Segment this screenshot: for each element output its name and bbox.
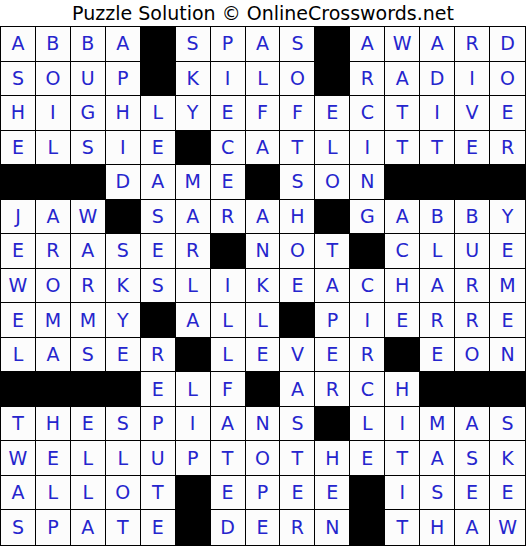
letter-cell: S — [455, 441, 490, 476]
letter-cell: O — [106, 476, 141, 511]
letter-cell: A — [71, 510, 106, 545]
letter-cell: T — [315, 234, 350, 269]
letter-cell: D — [211, 510, 246, 545]
letter-cell: T — [211, 441, 246, 476]
letter-cell: B — [420, 200, 455, 235]
letter-cell: D — [106, 165, 141, 200]
letter-cell: O — [36, 269, 71, 304]
letter-cell: B — [71, 27, 106, 62]
letter-cell: A — [176, 200, 211, 235]
letter-cell: R — [455, 269, 490, 304]
letter-cell: A — [36, 338, 71, 373]
letter-cell: A — [280, 372, 315, 407]
letter-cell: I — [211, 269, 246, 304]
letter-cell: L — [1, 338, 36, 373]
letter-cell: I — [455, 62, 490, 97]
letter-cell: R — [350, 62, 385, 97]
letter-cell: A — [455, 510, 490, 545]
letter-cell: A — [211, 407, 246, 442]
letter-cell: L — [176, 372, 211, 407]
letter-cell: S — [141, 200, 176, 235]
letter-cell: U — [141, 441, 176, 476]
letter-cell: M — [71, 303, 106, 338]
letter-cell: Y — [490, 200, 525, 235]
block-cell — [350, 476, 385, 511]
letter-cell: S — [280, 165, 315, 200]
letter-cell: E — [211, 96, 246, 131]
letter-cell: A — [36, 200, 71, 235]
block-cell — [490, 165, 525, 200]
letter-cell: E — [280, 476, 315, 511]
block-cell — [106, 200, 141, 235]
letter-cell: P — [315, 303, 350, 338]
letter-cell: O — [36, 62, 71, 97]
letter-cell: E — [315, 476, 350, 511]
letter-cell: S — [420, 476, 455, 511]
letter-cell: O — [315, 165, 350, 200]
letter-cell: W — [1, 269, 36, 304]
crossword-grid: ABBASPASAWARDSOUPKILORADIOHIGHLYEFFECTIV… — [0, 26, 526, 546]
letter-cell: B — [36, 27, 71, 62]
block-cell — [350, 234, 385, 269]
letter-cell: I — [350, 131, 385, 166]
letter-cell: A — [385, 62, 420, 97]
letter-cell: H — [385, 372, 420, 407]
letter-cell: H — [385, 269, 420, 304]
letter-cell: P — [106, 62, 141, 97]
letter-cell: H — [106, 96, 141, 131]
letter-cell: Y — [106, 303, 141, 338]
letter-cell: N — [350, 165, 385, 200]
letter-cell: I — [420, 96, 455, 131]
block-cell — [246, 165, 281, 200]
letter-cell: A — [455, 407, 490, 442]
letter-cell: P — [246, 476, 281, 511]
letter-cell: W — [71, 200, 106, 235]
letter-cell: I — [36, 96, 71, 131]
letter-cell: C — [350, 269, 385, 304]
letter-cell: R — [490, 131, 525, 166]
letter-cell: M — [490, 269, 525, 304]
block-cell — [176, 131, 211, 166]
letter-cell: E — [455, 131, 490, 166]
letter-cell: T — [420, 131, 455, 166]
letter-cell: E — [455, 476, 490, 511]
block-cell — [350, 510, 385, 545]
letter-cell: K — [246, 269, 281, 304]
letter-cell: S — [106, 234, 141, 269]
letter-cell: A — [246, 200, 281, 235]
block-cell — [246, 372, 281, 407]
letter-cell: A — [71, 234, 106, 269]
letter-cell: H — [420, 510, 455, 545]
letter-cell: S — [176, 27, 211, 62]
letter-cell: E — [106, 338, 141, 373]
letter-cell: R — [455, 27, 490, 62]
letter-cell: A — [1, 27, 36, 62]
letter-cell: E — [385, 303, 420, 338]
letter-cell: K — [490, 441, 525, 476]
block-cell — [211, 234, 246, 269]
letter-cell: H — [280, 200, 315, 235]
block-cell — [315, 200, 350, 235]
letter-cell: S — [71, 338, 106, 373]
letter-cell: M — [420, 407, 455, 442]
letter-cell: E — [211, 476, 246, 511]
letter-cell: S — [1, 510, 36, 545]
letter-cell: A — [420, 27, 455, 62]
letter-cell: L — [36, 131, 71, 166]
block-cell — [176, 510, 211, 545]
letter-cell: E — [1, 234, 36, 269]
letter-cell: S — [490, 407, 525, 442]
letter-cell: C — [385, 234, 420, 269]
letter-cell: A — [385, 200, 420, 235]
block-cell — [71, 165, 106, 200]
letter-cell: F — [211, 372, 246, 407]
block-cell — [141, 303, 176, 338]
letter-cell: S — [141, 269, 176, 304]
letter-cell: A — [141, 165, 176, 200]
block-cell — [420, 165, 455, 200]
letter-cell: E — [1, 303, 36, 338]
letter-cell: L — [211, 338, 246, 373]
letter-cell: E — [211, 165, 246, 200]
letter-cell: E — [350, 441, 385, 476]
letter-cell: W — [1, 441, 36, 476]
letter-cell: T — [280, 441, 315, 476]
letter-cell: N — [246, 407, 281, 442]
letter-cell: N — [490, 338, 525, 373]
letter-cell: T — [385, 510, 420, 545]
letter-cell: H — [315, 441, 350, 476]
letter-cell: P — [176, 441, 211, 476]
letter-cell: E — [1, 131, 36, 166]
letter-cell: L — [71, 476, 106, 511]
letter-cell: A — [420, 269, 455, 304]
letter-cell: T — [385, 96, 420, 131]
letter-cell: W — [385, 27, 420, 62]
block-cell — [280, 303, 315, 338]
letter-cell: O — [280, 62, 315, 97]
letter-cell: L — [420, 234, 455, 269]
letter-cell: E — [141, 372, 176, 407]
letter-cell: E — [246, 510, 281, 545]
block-cell — [36, 165, 71, 200]
letter-cell: R — [71, 269, 106, 304]
letter-cell: R — [280, 510, 315, 545]
letter-cell: L — [246, 303, 281, 338]
letter-cell: A — [106, 27, 141, 62]
letter-cell: V — [280, 338, 315, 373]
block-cell — [420, 372, 455, 407]
letter-cell: L — [106, 441, 141, 476]
letter-cell: E — [490, 303, 525, 338]
letter-cell: T — [385, 441, 420, 476]
letter-cell: L — [176, 269, 211, 304]
letter-cell: E — [280, 269, 315, 304]
block-cell — [1, 372, 36, 407]
block-cell — [455, 372, 490, 407]
letter-cell: A — [315, 269, 350, 304]
letter-cell: J — [1, 200, 36, 235]
letter-cell: O — [280, 234, 315, 269]
letter-cell: P — [211, 27, 246, 62]
letter-cell: H — [36, 407, 71, 442]
letter-cell: E — [141, 510, 176, 545]
block-cell — [385, 165, 420, 200]
letter-cell: N — [315, 510, 350, 545]
block-cell — [385, 338, 420, 373]
block-cell — [1, 165, 36, 200]
letter-cell: C — [350, 96, 385, 131]
block-cell — [176, 338, 211, 373]
letter-cell: C — [211, 131, 246, 166]
letter-cell: R — [141, 338, 176, 373]
letter-cell: A — [1, 476, 36, 511]
block-cell — [106, 372, 141, 407]
letter-cell: O — [490, 62, 525, 97]
letter-cell: R — [420, 303, 455, 338]
letter-cell: I — [350, 303, 385, 338]
letter-cell: A — [420, 441, 455, 476]
letter-cell: L — [211, 303, 246, 338]
letter-cell: R — [455, 303, 490, 338]
letter-cell: E — [490, 96, 525, 131]
letter-cell: E — [246, 338, 281, 373]
block-cell — [315, 62, 350, 97]
letter-cell: I — [385, 476, 420, 511]
letter-cell: L — [141, 96, 176, 131]
letter-cell: T — [141, 476, 176, 511]
letter-cell: H — [1, 96, 36, 131]
letter-cell: G — [350, 200, 385, 235]
block-cell — [36, 372, 71, 407]
letter-cell: C — [350, 372, 385, 407]
letter-cell: D — [490, 27, 525, 62]
letter-cell: O — [455, 338, 490, 373]
letter-cell: E — [141, 131, 176, 166]
block-cell — [141, 62, 176, 97]
letter-cell: K — [176, 62, 211, 97]
block-cell — [315, 27, 350, 62]
letter-cell: I — [385, 407, 420, 442]
letter-cell: I — [176, 407, 211, 442]
letter-cell: E — [420, 338, 455, 373]
letter-cell: U — [455, 234, 490, 269]
letter-cell: M — [36, 303, 71, 338]
letter-cell: S — [280, 27, 315, 62]
letter-cell: E — [141, 234, 176, 269]
block-cell — [455, 165, 490, 200]
letter-cell: R — [350, 338, 385, 373]
letter-cell: T — [385, 131, 420, 166]
letter-cell: A — [246, 27, 281, 62]
block-cell — [490, 372, 525, 407]
letter-cell: L — [71, 441, 106, 476]
letter-cell: R — [211, 200, 246, 235]
letter-cell: P — [141, 407, 176, 442]
letter-cell: I — [211, 62, 246, 97]
letter-cell: F — [280, 96, 315, 131]
letter-cell: T — [106, 510, 141, 545]
letter-cell: E — [315, 96, 350, 131]
letter-cell: F — [246, 96, 281, 131]
block-cell — [71, 372, 106, 407]
letter-cell: V — [455, 96, 490, 131]
block-cell — [315, 407, 350, 442]
letter-cell: G — [71, 96, 106, 131]
letter-cell: S — [106, 407, 141, 442]
letter-cell: R — [315, 372, 350, 407]
letter-cell: L — [246, 62, 281, 97]
letter-cell: S — [280, 407, 315, 442]
letter-cell: D — [420, 62, 455, 97]
letter-cell: K — [106, 269, 141, 304]
letter-cell: E — [36, 441, 71, 476]
letter-cell: A — [350, 27, 385, 62]
letter-cell: N — [246, 234, 281, 269]
letter-cell: R — [176, 234, 211, 269]
page: Puzzle Solution © OnlineCrosswords.net A… — [0, 0, 526, 551]
letter-cell: S — [71, 131, 106, 166]
letter-cell: L — [315, 131, 350, 166]
letter-cell: L — [350, 407, 385, 442]
letter-cell: M — [176, 165, 211, 200]
letter-cell: T — [1, 407, 36, 442]
letter-cell: E — [71, 407, 106, 442]
block-cell — [141, 27, 176, 62]
block-cell — [176, 476, 211, 511]
letter-cell: P — [36, 510, 71, 545]
letter-cell: T — [280, 131, 315, 166]
letter-cell: A — [246, 131, 281, 166]
letter-cell: B — [455, 200, 490, 235]
letter-cell: R — [36, 234, 71, 269]
letter-cell: U — [71, 62, 106, 97]
letter-cell: Y — [176, 96, 211, 131]
letter-cell: E — [490, 234, 525, 269]
letter-cell: O — [246, 441, 281, 476]
letter-cell: L — [36, 476, 71, 511]
page-title: Puzzle Solution © OnlineCrosswords.net — [0, 0, 526, 26]
letter-cell: A — [176, 303, 211, 338]
letter-cell: I — [106, 131, 141, 166]
letter-cell: W — [490, 510, 525, 545]
letter-cell: E — [490, 476, 525, 511]
letter-cell: S — [1, 62, 36, 97]
letter-cell: E — [315, 338, 350, 373]
